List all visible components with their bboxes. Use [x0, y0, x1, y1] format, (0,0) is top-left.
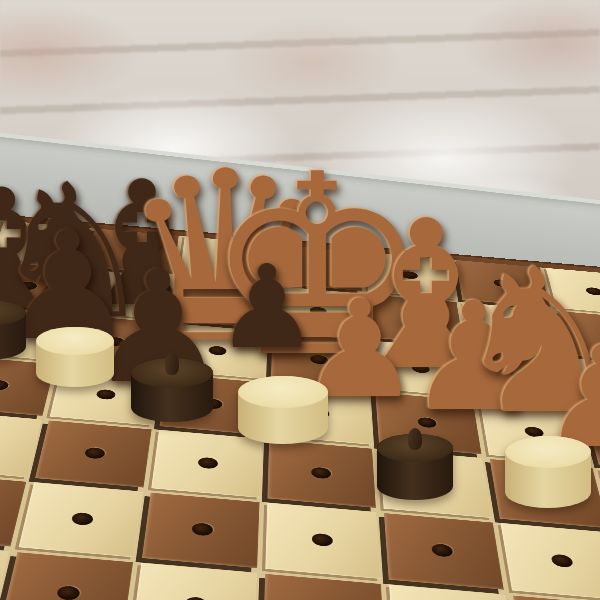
- disc-peg: [408, 428, 422, 450]
- pieces-layer: ♝♞♝♟♛♟♚♟♝♟♟♞♟: [0, 0, 600, 600]
- disc-peg: [165, 353, 179, 375]
- disc-top: [238, 376, 328, 408]
- disc-top: [505, 436, 591, 468]
- disc-top: [36, 327, 114, 355]
- photo-chess-scene: ♝♞♝♟♛♟♚♟♝♟♟♞♟: [0, 0, 600, 600]
- draughts-disc-dark-a6[interactable]: [0, 300, 26, 360]
- draughts-disc-light-b5[interactable]: [36, 327, 114, 387]
- draughts-disc-light-f4[interactable]: [505, 436, 591, 508]
- draughts-disc-dark-c5[interactable]: [131, 358, 213, 422]
- draughts-disc-dark-e4[interactable]: [377, 434, 453, 500]
- draughts-disc-light-d5[interactable]: [238, 376, 328, 444]
